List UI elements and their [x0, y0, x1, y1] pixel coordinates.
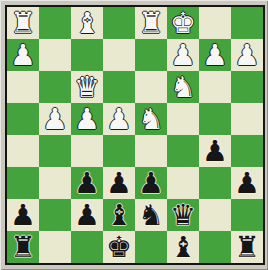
piece-white-queen[interactable]: ♛	[74, 73, 100, 102]
piece-white-pawn[interactable]: ♟	[202, 41, 228, 70]
square-b5[interactable]: ♟	[199, 135, 231, 167]
square-a6[interactable]: ♟	[231, 167, 263, 199]
square-a8[interactable]: ♜	[231, 231, 263, 263]
piece-white-knight[interactable]: ♞	[138, 105, 164, 134]
square-c1[interactable]: ♚	[167, 7, 199, 39]
square-g4[interactable]: ♟	[39, 103, 71, 135]
square-h3[interactable]	[7, 71, 39, 103]
square-h6[interactable]	[7, 167, 39, 199]
square-e8[interactable]: ♚	[103, 231, 135, 263]
square-g7[interactable]	[39, 199, 71, 231]
square-c3[interactable]: ♞	[167, 71, 199, 103]
piece-white-bishop[interactable]: ♝	[74, 9, 100, 38]
piece-black-pawn[interactable]: ♟	[106, 169, 132, 198]
piece-black-queen[interactable]: ♛	[170, 201, 196, 230]
square-a3[interactable]	[231, 71, 263, 103]
square-e6[interactable]: ♟	[103, 167, 135, 199]
square-f6[interactable]: ♟	[71, 167, 103, 199]
square-g6[interactable]	[39, 167, 71, 199]
square-a2[interactable]: ♟	[231, 39, 263, 71]
piece-black-bishop[interactable]: ♝	[106, 201, 132, 230]
chess-board: ♜♝♜♚♟♟♟♟♛♞♟♟♟♞♟♟♟♟♟♟♟♝♞♛♜♚♝♜	[5, 5, 265, 265]
square-e4[interactable]: ♟	[103, 103, 135, 135]
square-h1[interactable]: ♜	[7, 7, 39, 39]
square-f2[interactable]	[71, 39, 103, 71]
piece-black-pawn[interactable]: ♟	[74, 201, 100, 230]
piece-white-pawn[interactable]: ♟	[170, 41, 196, 70]
square-c7[interactable]: ♛	[167, 199, 199, 231]
piece-white-king[interactable]: ♚	[170, 9, 196, 38]
piece-white-pawn[interactable]: ♟	[234, 41, 260, 70]
piece-black-pawn[interactable]: ♟	[10, 201, 36, 230]
square-e3[interactable]	[103, 71, 135, 103]
square-h4[interactable]	[7, 103, 39, 135]
square-c4[interactable]	[167, 103, 199, 135]
square-d8[interactable]	[135, 231, 167, 263]
square-d4[interactable]: ♞	[135, 103, 167, 135]
square-c6[interactable]	[167, 167, 199, 199]
square-a5[interactable]	[231, 135, 263, 167]
square-h2[interactable]: ♟	[7, 39, 39, 71]
square-d1[interactable]: ♜	[135, 7, 167, 39]
piece-black-pawn[interactable]: ♟	[234, 169, 260, 198]
piece-white-pawn[interactable]: ♟	[10, 41, 36, 70]
square-g5[interactable]	[39, 135, 71, 167]
square-d6[interactable]: ♟	[135, 167, 167, 199]
square-e2[interactable]	[103, 39, 135, 71]
square-b1[interactable]	[199, 7, 231, 39]
square-d7[interactable]: ♞	[135, 199, 167, 231]
square-b2[interactable]: ♟	[199, 39, 231, 71]
square-b8[interactable]	[199, 231, 231, 263]
square-b4[interactable]	[199, 103, 231, 135]
square-d3[interactable]	[135, 71, 167, 103]
square-a7[interactable]	[231, 199, 263, 231]
square-g8[interactable]	[39, 231, 71, 263]
piece-black-pawn[interactable]: ♟	[202, 137, 228, 166]
piece-black-king[interactable]: ♚	[106, 233, 132, 262]
square-b6[interactable]	[199, 167, 231, 199]
square-c5[interactable]	[167, 135, 199, 167]
square-h5[interactable]	[7, 135, 39, 167]
square-b3[interactable]	[199, 71, 231, 103]
square-f8[interactable]	[71, 231, 103, 263]
square-e7[interactable]: ♝	[103, 199, 135, 231]
piece-white-rook[interactable]: ♜	[138, 9, 164, 38]
square-g3[interactable]	[39, 71, 71, 103]
square-h7[interactable]: ♟	[7, 199, 39, 231]
square-a1[interactable]	[231, 7, 263, 39]
piece-white-rook[interactable]: ♜	[10, 9, 36, 38]
square-f4[interactable]: ♟	[71, 103, 103, 135]
piece-white-pawn[interactable]: ♟	[42, 105, 68, 134]
piece-black-pawn[interactable]: ♟	[138, 169, 164, 198]
square-g1[interactable]	[39, 7, 71, 39]
square-b7[interactable]	[199, 199, 231, 231]
square-f3[interactable]: ♛	[71, 71, 103, 103]
square-f5[interactable]	[71, 135, 103, 167]
square-d5[interactable]	[135, 135, 167, 167]
piece-black-rook[interactable]: ♜	[10, 233, 36, 262]
piece-black-knight[interactable]: ♞	[138, 201, 164, 230]
square-e1[interactable]	[103, 7, 135, 39]
square-a4[interactable]	[231, 103, 263, 135]
square-d2[interactable]	[135, 39, 167, 71]
square-e5[interactable]	[103, 135, 135, 167]
square-c2[interactable]: ♟	[167, 39, 199, 71]
square-g2[interactable]	[39, 39, 71, 71]
board-frame: ♜♝♜♚♟♟♟♟♛♞♟♟♟♞♟♟♟♟♟♟♟♝♞♛♜♚♝♜	[0, 0, 268, 270]
square-c8[interactable]: ♝	[167, 231, 199, 263]
piece-black-pawn[interactable]: ♟	[74, 169, 100, 198]
square-f7[interactable]: ♟	[71, 199, 103, 231]
piece-black-rook[interactable]: ♜	[234, 233, 260, 262]
piece-white-knight[interactable]: ♞	[170, 73, 196, 102]
piece-white-pawn[interactable]: ♟	[74, 105, 100, 134]
square-f1[interactable]: ♝	[71, 7, 103, 39]
square-h8[interactable]: ♜	[7, 231, 39, 263]
piece-white-pawn[interactable]: ♟	[106, 105, 132, 134]
piece-black-bishop[interactable]: ♝	[170, 233, 196, 262]
